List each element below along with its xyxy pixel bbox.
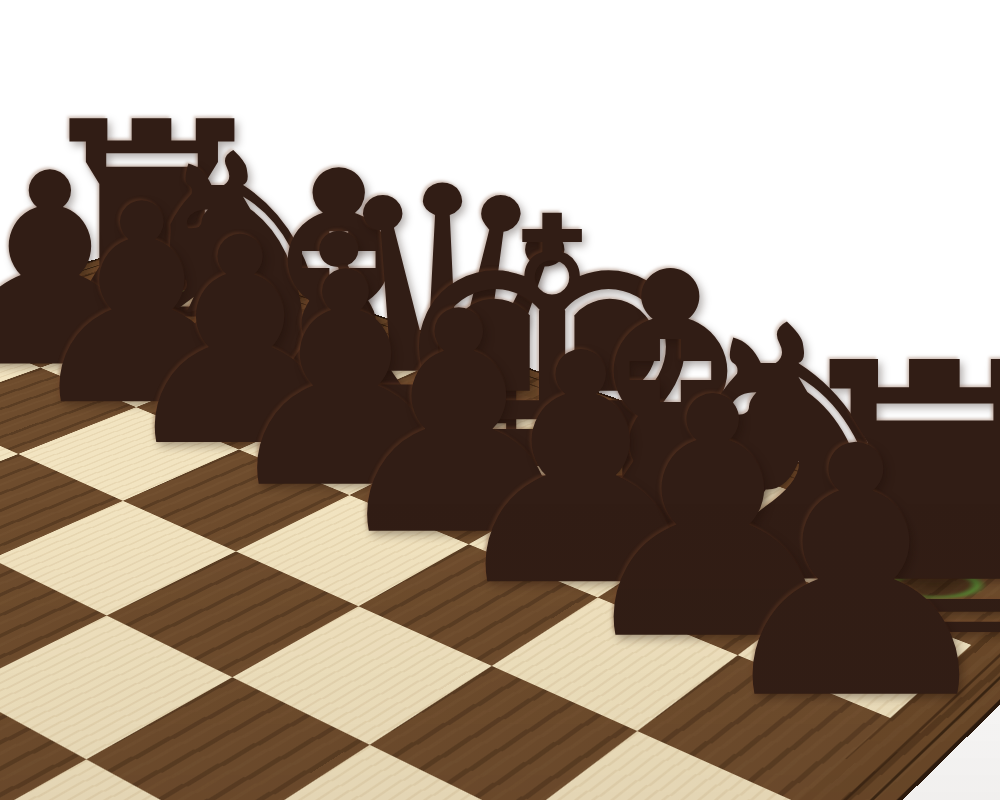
pawn-glyph: ♟ xyxy=(701,402,1000,747)
photo-stage: ♜♞♝♛♚♝♞♜♟♟♟♟♟♟♟♟ xyxy=(0,0,1000,800)
